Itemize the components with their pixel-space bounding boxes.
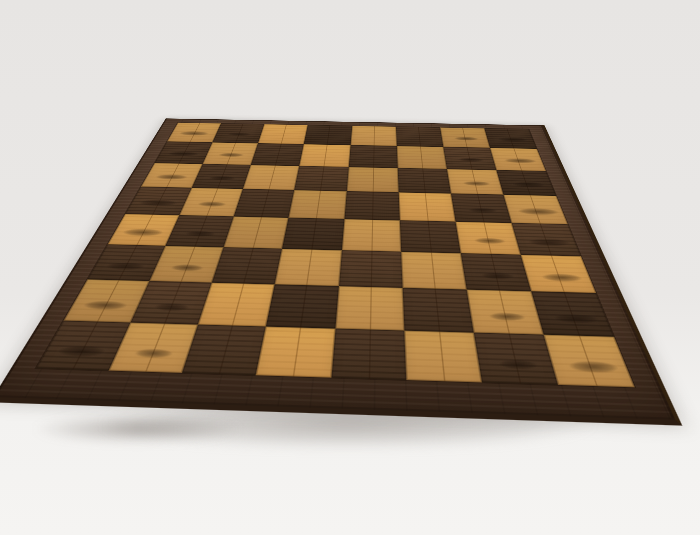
square-g3[interactable] — [251, 143, 304, 165]
square-h3[interactable] — [258, 124, 308, 144]
square-a6[interactable] — [404, 330, 482, 382]
square-h2[interactable] — [212, 123, 264, 143]
white-rook-glyph: ♜ — [46, 270, 121, 354]
square-d5[interactable] — [341, 219, 400, 252]
square-h5[interactable] — [350, 126, 396, 146]
square-b6[interactable] — [402, 288, 473, 332]
square-a3[interactable] — [182, 324, 266, 375]
square-a4[interactable] — [256, 326, 335, 377]
square-d3[interactable] — [224, 216, 289, 248]
photo-stage: ♜♟♟♜♞♟♟♞♝♟♟♝♚♟♟♚♛♟♟♛♝♟♟♝♞♟♟♞♜♟♟♜ — [0, 0, 700, 535]
square-h6[interactable] — [396, 127, 443, 147]
square-c5[interactable] — [338, 250, 402, 288]
square-g7[interactable] — [443, 147, 496, 170]
square-b3[interactable] — [198, 283, 275, 326]
square-g4[interactable] — [300, 144, 351, 167]
square-h4[interactable] — [304, 125, 352, 145]
chessboard: ♜♟♟♜♞♟♟♞♝♟♟♝♚♟♟♚♛♟♟♛♝♟♟♝♞♟♟♞♜♟♟♜ — [0, 118, 682, 425]
square-b4[interactable] — [266, 285, 338, 329]
square-e3[interactable] — [234, 189, 294, 218]
square-f4[interactable] — [295, 166, 349, 191]
black-pawn-glyph: ♟ — [488, 299, 549, 367]
square-a5[interactable] — [331, 328, 406, 380]
square-g2[interactable] — [203, 143, 258, 165]
square-e5[interactable] — [344, 191, 399, 220]
square-f6[interactable] — [397, 168, 450, 194]
square-b5[interactable] — [335, 286, 404, 330]
square-e6[interactable] — [398, 192, 455, 221]
square-c3[interactable] — [212, 247, 282, 284]
square-f3[interactable] — [243, 165, 300, 190]
square-d6[interactable] — [399, 220, 460, 253]
square-h7[interactable] — [440, 127, 490, 148]
square-e4[interactable] — [289, 190, 346, 219]
square-d4[interactable] — [282, 217, 344, 250]
square-f5[interactable] — [346, 167, 398, 192]
square-h8[interactable] — [484, 128, 537, 149]
black-rook-glyph: ♜ — [554, 283, 631, 369]
square-g6[interactable] — [397, 146, 447, 169]
square-g5[interactable] — [348, 145, 397, 168]
square-c4[interactable] — [275, 249, 341, 287]
perspective-scene: ♜♟♟♜♞♟♟♞♝♟♟♝♚♟♟♚♛♟♟♛♝♟♟♝♞♟♟♞♜♟♟♜ — [0, 0, 700, 535]
white-pawn-glyph: ♟ — [125, 289, 185, 355]
square-c6[interactable] — [401, 252, 467, 290]
